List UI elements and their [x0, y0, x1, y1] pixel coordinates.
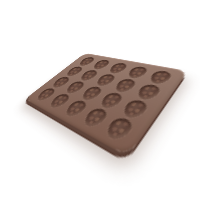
egg-cavity [125, 66, 150, 80]
silicone-egg-mold [25, 53, 188, 157]
egg-cavity [81, 106, 111, 129]
egg-cavity [79, 85, 104, 102]
egg-cavity [103, 115, 136, 142]
egg-cavity [147, 70, 174, 86]
egg-cavity [93, 73, 117, 87]
cavity-grid [25, 53, 188, 157]
egg-cavity [112, 78, 138, 94]
egg-cavity [120, 98, 151, 120]
egg-cavity [98, 91, 126, 110]
egg-cavity [106, 62, 129, 75]
egg-cavity [90, 59, 111, 70]
product-photo [0, 0, 200, 200]
egg-cavity [134, 83, 163, 102]
